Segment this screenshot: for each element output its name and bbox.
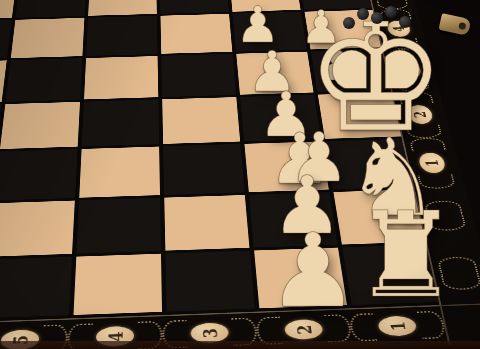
box-side-edge	[0, 341, 480, 349]
chess-set-photo: 5 4 3 2 1 5 4 3 2 1 ♟ ♟	[0, 0, 480, 349]
rook-glyph: ♜	[353, 186, 459, 324]
file-label: 3	[199, 328, 219, 338]
crown-bead	[371, 12, 383, 24]
crown-bead	[343, 17, 355, 29]
crown-bead	[385, 6, 397, 18]
white-rook[interactable]: ♜	[353, 196, 459, 314]
pawn-glyph: ♟	[267, 211, 358, 330]
crown-bead	[399, 16, 411, 28]
crown-bead	[357, 8, 369, 20]
file-label: 4	[105, 331, 125, 341]
king-crown-beads	[343, 6, 411, 29]
white-pawn[interactable]: ♟	[267, 220, 358, 322]
